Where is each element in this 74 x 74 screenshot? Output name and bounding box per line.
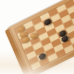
board-photo-scene bbox=[0, 0, 74, 74]
checkerboard bbox=[8, 0, 74, 74]
